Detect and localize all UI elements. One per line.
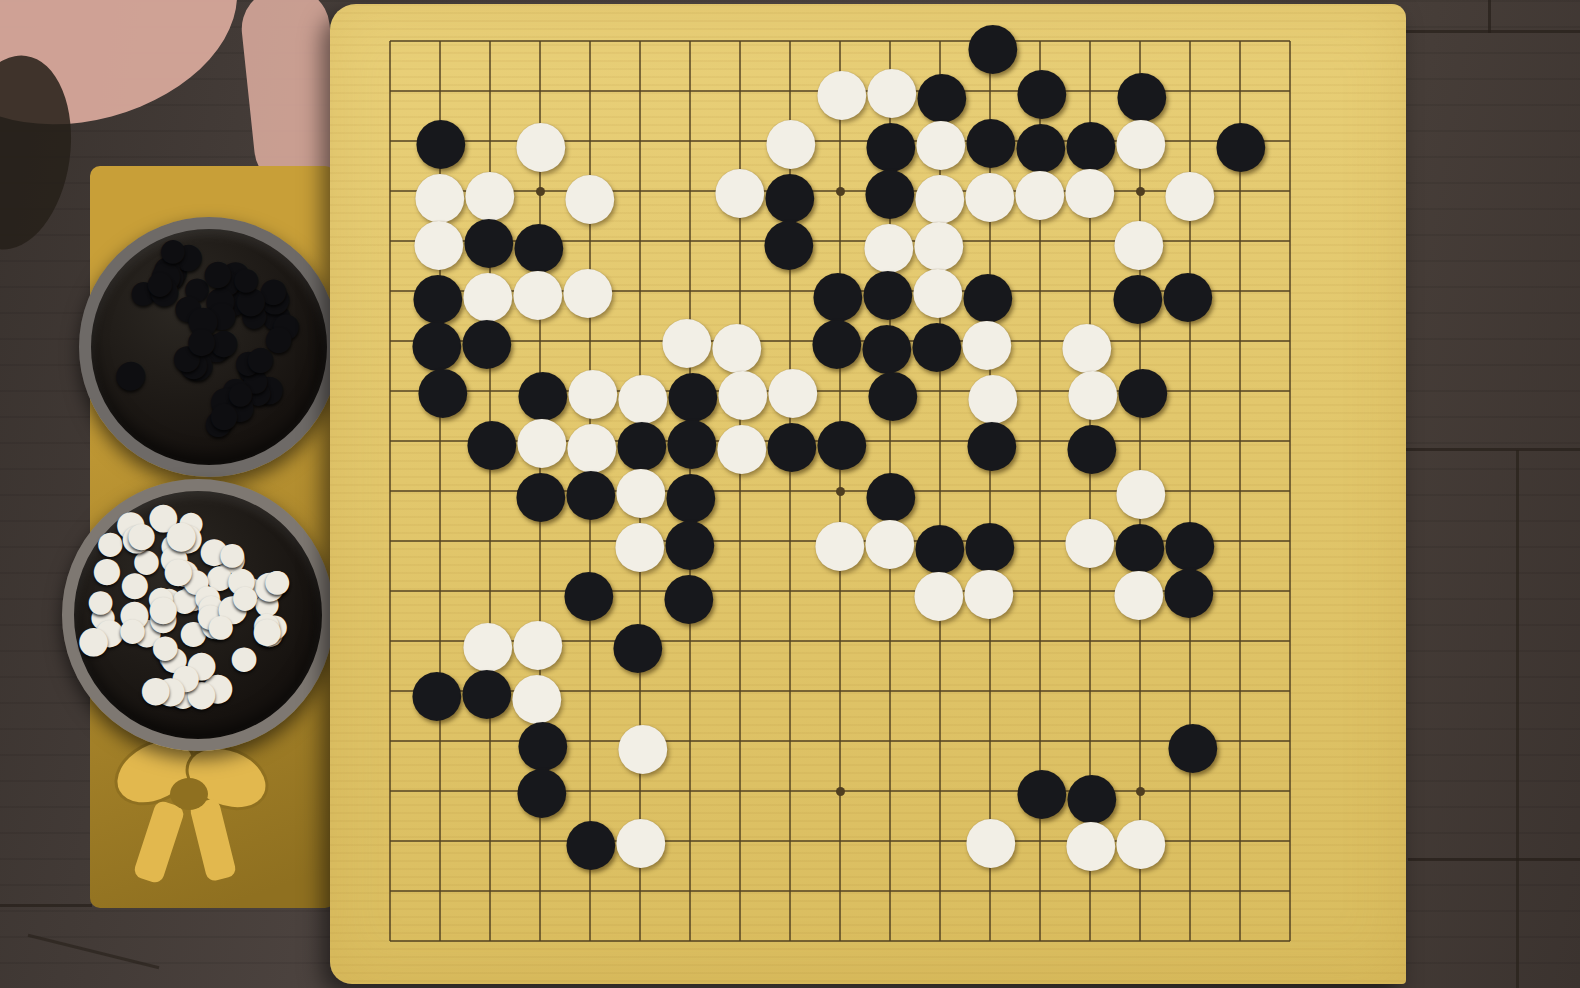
black-stone: ● [1017,764,1067,814]
board-cell[interactable]: ● [515,766,565,816]
white-stone: ● [964,564,1014,614]
board-cell[interactable]: ● [815,316,865,366]
board-cell[interactable] [865,866,915,916]
board-cell[interactable] [1015,566,1065,616]
board-cell[interactable] [365,716,415,766]
board-cell[interactable] [915,866,965,916]
board-cell[interactable] [365,116,415,166]
board-cell[interactable]: ● [1115,816,1165,866]
white-stone: ● [914,566,964,616]
board-cell[interactable] [1265,366,1315,416]
go-board: ●●●●●●●●●●●●●●●●●●●●●●●●●●●●●●●●●●●●●●●●… [330,4,1406,984]
board-cell[interactable]: ● [565,566,615,616]
black-stone: ● [412,666,462,716]
bowl-of-white-stones: ●●●●●●●●●●●●●●●●●●●●●●●●●●●●●●●●●●●●●●●●… [62,479,334,751]
ribbon-knot [170,778,208,810]
board-cell[interactable]: ● [815,516,865,566]
board-cell[interactable] [1115,716,1165,766]
board-cell[interactable] [1265,816,1315,866]
board-cell[interactable] [915,716,965,766]
board-cell[interactable] [465,916,515,966]
board-cell[interactable] [715,16,765,66]
board-cell[interactable]: ● [1115,116,1165,166]
board-cell[interactable] [815,716,865,766]
board-cell[interactable]: ● [1115,566,1165,616]
white-stone: ● [1116,814,1166,864]
board-cell[interactable] [765,766,815,816]
board-cell[interactable] [815,616,865,666]
board-cell[interactable]: ● [715,166,765,216]
board-cell[interactable] [715,766,765,816]
board-cell[interactable] [1015,866,1065,916]
board-cell[interactable] [865,716,915,766]
board-cell[interactable] [1165,66,1215,116]
board-cell[interactable] [565,66,615,116]
board-cell[interactable] [765,616,815,666]
white-stone: ● [513,265,563,315]
board-cell[interactable] [765,816,815,866]
board-cell[interactable]: ● [965,16,1015,66]
board-cell[interactable] [415,766,465,816]
board-cell[interactable] [765,16,815,66]
board-cell[interactable] [865,766,915,816]
board-cell[interactable] [415,16,465,66]
board-cell[interactable]: ● [1065,816,1115,866]
board-cell[interactable] [865,816,915,866]
board-cell[interactable] [615,916,665,966]
board-cell[interactable] [1265,516,1315,566]
board-cell[interactable] [1165,816,1215,866]
board-cell[interactable] [1015,266,1065,316]
board-cell[interactable] [715,516,765,566]
board-cell[interactable]: ● [1065,516,1115,566]
board-cell[interactable] [1215,866,1265,916]
board-cell[interactable] [365,266,415,316]
white-stone: ● [965,167,1015,217]
board-cell[interactable] [415,516,465,566]
board-cell[interactable]: ● [465,666,515,716]
board-cell[interactable]: ● [865,366,915,416]
black-stone: ● [817,415,867,465]
board-cell[interactable] [465,66,515,116]
board-cell[interactable]: ● [1215,116,1265,166]
board-cell[interactable] [665,116,715,166]
board-cell[interactable] [665,866,715,916]
black-stone: ● [418,363,468,413]
board-cell[interactable] [1265,316,1315,366]
board-cell[interactable] [1215,416,1265,466]
board-cell[interactable] [1265,616,1315,666]
board-cell[interactable]: ● [465,316,515,366]
board-cell[interactable] [715,716,765,766]
board-cell[interactable] [915,766,965,816]
black-stone: ● [517,763,567,813]
board-cell[interactable] [665,766,715,816]
board-cell[interactable] [1015,416,1065,466]
board-cell[interactable] [665,166,715,216]
board-cell[interactable] [815,816,865,866]
board-cell[interactable] [1215,316,1265,366]
board-cell[interactable] [515,866,565,916]
board-cell[interactable] [1215,466,1265,516]
white-stone: ● [563,263,613,313]
star-point [1136,787,1145,796]
board-cell[interactable]: ● [1165,266,1215,316]
board-cell[interactable] [615,116,665,166]
floor-plank-seam [1516,450,1519,988]
board-cell[interactable] [1165,916,1215,966]
black-stone: ● [1164,563,1214,613]
board-cell[interactable] [915,416,965,466]
board-cell[interactable]: ● [915,566,965,616]
board-cell[interactable] [565,666,615,716]
board-cell[interactable]: ● [565,466,615,516]
board-cell[interactable]: ● [965,566,1015,616]
board-cell[interactable] [915,816,965,866]
board-cell[interactable] [765,916,815,966]
star-point [836,187,845,196]
board-cell[interactable] [1165,16,1215,66]
board-cell[interactable] [1265,216,1315,266]
board-cell[interactable] [1265,916,1315,966]
board-cell[interactable] [365,766,415,816]
board-cell[interactable] [365,466,415,516]
black-stone: ● [868,366,918,416]
board-cell[interactable] [1265,666,1315,716]
board-cell[interactable] [1015,316,1065,366]
board-cell[interactable] [715,566,765,616]
board-cell[interactable] [1215,916,1265,966]
board-cell[interactable] [365,366,415,416]
board-cell[interactable] [715,816,765,866]
board-cell[interactable] [1265,416,1315,466]
board-cell[interactable] [1115,916,1165,966]
board-cell[interactable] [365,316,415,366]
board-cell[interactable] [665,716,715,766]
board-cell[interactable] [865,916,915,966]
board-cell[interactable] [1215,566,1265,616]
board-cell[interactable] [915,916,965,966]
board-cell[interactable] [365,516,415,566]
board-cell[interactable] [1215,716,1265,766]
board-cell[interactable] [1165,416,1215,466]
go-game-photo-scene: ●●●●●●●●●●●●●●●●●●●●●●●●●●●●●●●●●●●●●●●●… [0,0,1580,988]
black-stone: ● [1118,363,1168,413]
board-cell[interactable]: ● [1015,766,1065,816]
floor-plank-seam [28,934,160,970]
board-cell[interactable] [1265,466,1315,516]
board-cell[interactable] [515,16,565,66]
board-cell[interactable] [465,516,515,566]
board-cell[interactable] [765,866,815,916]
floor-plank-seam [1398,448,1580,451]
board-cell[interactable] [815,166,865,216]
board-cell[interactable] [1165,866,1215,916]
black-stone: ● [566,465,616,515]
board-cell[interactable]: ● [1065,166,1115,216]
board-cell[interactable] [1065,916,1115,966]
board-cell[interactable]: ● [915,316,965,366]
board-cell[interactable]: ● [965,416,1015,466]
board-cell[interactable] [615,266,665,316]
board-cell[interactable] [365,166,415,216]
black-stone: ● [516,467,566,517]
board-cell[interactable]: ● [865,516,915,566]
white-stone: ● [715,163,765,213]
board-cell[interactable] [715,666,765,716]
white-stone: ● [717,419,767,469]
board-cell[interactable] [665,66,715,116]
star-point [836,487,845,496]
board-cell[interactable]: ● [1165,566,1215,616]
board-cell[interactable] [865,666,915,716]
white-stone: ● [1116,114,1166,164]
board-cell[interactable] [815,916,865,966]
board-cell[interactable] [1215,266,1265,316]
board-cell[interactable]: ● [765,416,815,466]
board-cell[interactable] [415,866,465,916]
board-cell[interactable] [1215,216,1265,266]
board-cell[interactable] [1015,466,1065,516]
board-cell[interactable] [965,716,1015,766]
board-cell[interactable]: ● [615,816,665,866]
board-cell[interactable] [1215,616,1265,666]
board-cell[interactable]: ● [965,816,1015,866]
board-cell[interactable] [1065,616,1115,666]
board-cell[interactable]: ● [965,166,1015,216]
board-cell[interactable] [665,666,715,716]
board-cell[interactable] [365,916,415,966]
board-cell[interactable]: ● [515,116,565,166]
board-cell[interactable] [615,16,665,66]
board-cell[interactable] [1265,116,1315,166]
white-stone: ● [1065,513,1115,563]
board-cell[interactable]: ● [415,666,465,716]
black-stone: ● [968,19,1018,69]
board-cell[interactable]: ● [1115,266,1165,316]
board-cell[interactable] [1215,766,1265,816]
board-cell[interactable] [1265,566,1315,616]
white-stone: ● [616,813,666,863]
board-cell[interactable] [1265,866,1315,916]
board-cell[interactable] [465,816,515,866]
board-cell[interactable] [665,916,715,966]
board-cell[interactable]: ● [415,366,465,416]
board-cell[interactable] [965,916,1015,966]
board-cell[interactable] [365,616,415,666]
board-cell[interactable] [715,916,765,966]
white-stone: ● [618,719,668,769]
board-cell[interactable] [1015,366,1065,416]
board-cell[interactable] [1215,16,1265,66]
board-cell[interactable] [415,466,465,516]
board-cell[interactable] [715,66,765,116]
board-cell[interactable] [365,566,415,616]
board-cell[interactable]: ● [665,566,715,616]
board-cell[interactable] [365,216,415,266]
board-cell[interactable] [1015,616,1065,666]
board-cell[interactable] [715,866,765,916]
board-cell[interactable] [1265,166,1315,216]
board-cell[interactable] [1215,516,1265,566]
white-stone: ● [516,117,566,167]
star-point [1136,187,1145,196]
board-cell[interactable] [815,766,865,816]
board-cell[interactable] [715,616,765,666]
white-stone: ● [966,813,1016,863]
black-stone: ● [1216,117,1266,167]
board-cell[interactable] [1115,666,1165,716]
black-stone: ● [613,618,663,668]
board-cell[interactable] [415,916,465,966]
board-cell[interactable]: ● [465,416,515,466]
board-cell[interactable] [1265,16,1315,66]
board-cell[interactable] [665,816,715,866]
black-stone: ● [1168,718,1218,768]
board-cell[interactable] [1165,366,1215,416]
board-cell[interactable] [815,866,865,916]
board-cell[interactable] [915,666,965,716]
board-cell[interactable] [615,66,665,116]
black-stone: ● [566,815,616,865]
board-cell[interactable] [615,166,665,216]
board-cell[interactable] [1015,666,1065,716]
board-cell[interactable]: ● [1165,716,1215,766]
board-cell[interactable] [1265,66,1315,116]
white-stone: ● [865,514,915,564]
star-point [836,787,845,796]
board-cell[interactable] [515,916,565,966]
board-cell[interactable] [565,716,615,766]
board-cell[interactable] [465,766,515,816]
board-cell[interactable] [665,16,715,66]
board-cell[interactable]: ● [515,466,565,516]
board-cell[interactable] [865,616,915,666]
board-cell[interactable] [1215,666,1265,716]
board-cell[interactable] [1065,16,1115,66]
board-cell[interactable] [765,666,815,716]
board-cell[interactable] [565,916,615,966]
black-stone: ● [764,215,814,265]
board-cell[interactable] [1015,916,1065,966]
board-cell[interactable] [365,416,415,466]
board-cell[interactable]: ● [815,66,865,116]
board-cell[interactable] [1265,716,1315,766]
black-stone: ● [467,415,517,465]
board-cell[interactable] [365,866,415,916]
board-cell[interactable] [965,666,1015,716]
board-cell[interactable] [665,216,715,266]
white-stone: ● [1066,816,1116,866]
board-cell[interactable]: ● [615,616,665,666]
white-stone: ● [815,516,865,566]
board-cell[interactable]: ● [1015,166,1065,216]
board-cell[interactable] [365,666,415,716]
white-stone: ● [1114,565,1164,615]
black-stone: ● [767,417,817,467]
board-cell[interactable] [1215,366,1265,416]
board-grid: ●●●●●●●●●●●●●●●●●●●●●●●●●●●●●●●●●●●●●●●●… [365,16,1315,966]
board-cell[interactable] [765,716,815,766]
board-cell[interactable]: ● [615,716,665,766]
board-cell[interactable] [815,666,865,716]
black-stone: ● [1113,269,1163,319]
board-cell[interactable]: ● [815,416,865,466]
board-cell[interactable]: ● [565,266,615,316]
board-cell[interactable] [1215,816,1265,866]
board-cell[interactable] [415,566,465,616]
black-stone: ● [664,569,714,619]
black-stone: ● [1163,267,1213,317]
board-cell[interactable] [365,66,415,116]
black-stone: ● [564,566,614,616]
board-cell[interactable]: ● [615,516,665,566]
board-cell[interactable] [615,216,665,266]
floor-plank-seam [0,904,92,907]
white-stone: ● [1065,163,1115,213]
white-stone: ● [615,517,665,567]
white-stone: ● [1165,166,1215,216]
board-cell[interactable] [1265,766,1315,816]
board-cell[interactable]: ● [565,166,615,216]
white-stone: ● [817,65,867,115]
board-cell[interactable]: ● [1115,366,1165,416]
star-point [536,187,545,196]
black-stone: ● [967,416,1017,466]
board-cell[interactable]: ● [565,816,615,866]
board-cell[interactable] [465,16,515,66]
white-stone: ● [1015,165,1065,215]
board-cell[interactable] [415,816,465,866]
black-stone: ● [462,664,512,714]
board-cell[interactable]: ● [765,216,815,266]
bowl-of-black-stones: ●●●●●●●●●●●●●●●●●●●●●●●●●●●●●●●●●●●●●●●●… [79,217,339,477]
board-cell[interactable]: ● [715,416,765,466]
board-cell[interactable] [1015,516,1065,566]
board-cell[interactable] [1265,266,1315,316]
board-cell[interactable] [465,866,515,916]
floor-plank-seam [1408,858,1580,861]
board-cell[interactable] [565,16,615,66]
board-cell[interactable] [365,16,415,66]
board-cell[interactable] [365,816,415,866]
floor-plank-seam [1488,0,1491,33]
board-cell[interactable] [1065,666,1115,716]
board-cell[interactable] [765,516,815,566]
black-stone: ● [1067,419,1117,469]
white-stone: ● [565,169,615,219]
board-cell[interactable] [765,566,815,616]
board-cell[interactable]: ● [515,266,565,316]
board-cell[interactable]: ● [1165,166,1215,216]
board-cell[interactable]: ● [1065,416,1115,466]
